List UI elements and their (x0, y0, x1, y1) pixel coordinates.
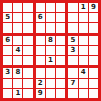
cell-r8c7[interactable]: 7 (68, 79, 77, 88)
cell-r8c4[interactable]: 2 (36, 79, 45, 88)
cell-r2c4[interactable]: 6 (36, 13, 45, 22)
cell-r5c1[interactable] (3, 46, 12, 55)
cell-r8c9[interactable] (89, 79, 98, 88)
cell-r2c3[interactable] (23, 13, 32, 22)
cell-r8c2[interactable] (13, 79, 22, 88)
cell-r2c2[interactable] (13, 13, 22, 22)
cell-r7c8[interactable]: 4 (79, 68, 88, 77)
cell-r3c6[interactable] (56, 23, 65, 32)
cell-r1c4[interactable] (36, 3, 45, 12)
cell-r6c3[interactable] (23, 56, 32, 65)
cell-r3c1[interactable] (3, 23, 12, 32)
cell-r4c6[interactable] (56, 36, 65, 45)
cell-r7c9[interactable] (89, 68, 98, 77)
cell-r3c2[interactable] (13, 23, 22, 32)
cell-r4c5[interactable]: 8 (46, 36, 55, 45)
cell-r1c1[interactable] (3, 3, 12, 12)
cell-r4c1[interactable]: 6 (3, 36, 12, 45)
cell-r1c2[interactable] (13, 3, 22, 12)
cell-r4c4[interactable] (36, 36, 45, 45)
cell-r6c1[interactable] (3, 56, 12, 65)
cell-r8c6[interactable] (56, 79, 65, 88)
cell-r4c8[interactable] (79, 36, 88, 45)
cell-r6c9[interactable] (89, 56, 98, 65)
cell-r3c3[interactable] (23, 23, 32, 32)
cell-r5c5[interactable] (46, 46, 55, 55)
cell-r6c8[interactable] (79, 56, 88, 65)
cell-r1c7[interactable] (68, 3, 77, 12)
cell-r3c4[interactable] (36, 23, 45, 32)
cell-r8c8[interactable] (79, 79, 88, 88)
cell-r9c1[interactable] (3, 89, 12, 98)
cell-r5c2[interactable]: 4 (13, 46, 22, 55)
cell-r2c6[interactable] (56, 13, 65, 22)
cell-r2c8[interactable] (79, 13, 88, 22)
cell-r5c8[interactable] (79, 46, 88, 55)
cell-r6c4[interactable] (36, 56, 45, 65)
cell-r2c7[interactable] (68, 13, 77, 22)
cell-r1c9[interactable]: 9 (89, 3, 98, 12)
cell-r6c7[interactable] (68, 56, 77, 65)
cell-r8c3[interactable] (23, 79, 32, 88)
cell-r5c6[interactable] (56, 46, 65, 55)
cell-r9c5[interactable] (46, 89, 55, 98)
cell-r1c6[interactable] (56, 3, 65, 12)
cell-r7c2[interactable]: 8 (13, 68, 22, 77)
cell-r2c9[interactable] (89, 13, 98, 22)
cell-r1c8[interactable]: 1 (79, 3, 88, 12)
cell-r7c7[interactable] (68, 68, 77, 77)
cell-r3c7[interactable] (68, 23, 77, 32)
cell-r3c5[interactable] (46, 23, 55, 32)
cell-r9c4[interactable]: 9 (36, 89, 45, 98)
cell-r9c2[interactable]: 1 (13, 89, 22, 98)
cell-r4c9[interactable] (89, 36, 98, 45)
cell-r9c6[interactable] (56, 89, 65, 98)
cell-r5c3[interactable] (23, 46, 32, 55)
cell-r9c7[interactable] (68, 89, 77, 98)
cell-r9c8[interactable] (79, 89, 88, 98)
cell-r5c4[interactable] (36, 46, 45, 55)
cell-r2c1[interactable]: 5 (3, 13, 12, 22)
sudoku-board: 19566854313842719 (0, 0, 101, 101)
cell-r1c3[interactable] (23, 3, 32, 12)
cell-r7c6[interactable] (56, 68, 65, 77)
cell-r9c3[interactable] (23, 89, 32, 98)
cell-r4c7[interactable]: 5 (68, 36, 77, 45)
cell-r7c1[interactable]: 3 (3, 68, 12, 77)
cell-r4c3[interactable] (23, 36, 32, 45)
cell-r8c1[interactable] (3, 79, 12, 88)
cell-r4c2[interactable] (13, 36, 22, 45)
cell-r2c5[interactable] (46, 13, 55, 22)
cell-r5c9[interactable] (89, 46, 98, 55)
cell-r6c6[interactable] (56, 56, 65, 65)
cell-r3c9[interactable] (89, 23, 98, 32)
cell-r8c5[interactable] (46, 79, 55, 88)
cell-r5c7[interactable]: 3 (68, 46, 77, 55)
cell-r6c2[interactable] (13, 56, 22, 65)
cell-r3c8[interactable] (79, 23, 88, 32)
cell-r9c9[interactable] (89, 89, 98, 98)
cell-r6c5[interactable]: 1 (46, 56, 55, 65)
cell-r1c5[interactable] (46, 3, 55, 12)
cell-r7c4[interactable] (36, 68, 45, 77)
cell-r7c5[interactable] (46, 68, 55, 77)
cell-r7c3[interactable] (23, 68, 32, 77)
